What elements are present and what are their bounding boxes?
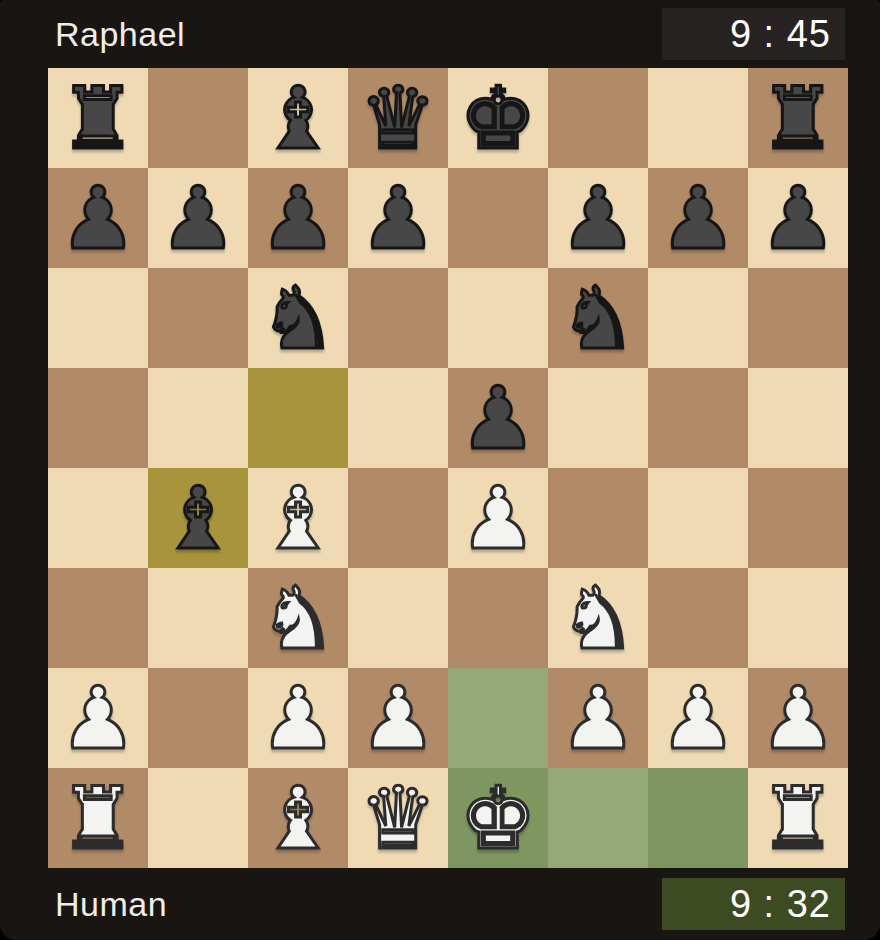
piece-black-rook[interactable]: ♜ (48, 68, 148, 168)
piece-white-bishop[interactable]: ♝ (248, 468, 348, 568)
square-d6[interactable] (348, 268, 448, 368)
piece-white-knight[interactable]: ♞ (548, 568, 648, 668)
chess-board: ♜♝♛♚♜♟♟♟♟♟♟♟♞♞♟♝♝♟♞♞♟♟♟♟♟♟♜♝♛♚♜ (48, 68, 848, 868)
square-d5[interactable] (348, 368, 448, 468)
square-d4[interactable] (348, 468, 448, 568)
square-d7[interactable]: ♟ (348, 168, 448, 268)
square-g6[interactable] (648, 268, 748, 368)
square-c7[interactable]: ♟ (248, 168, 348, 268)
opponent-clock: 9 : 45 (662, 8, 845, 60)
square-a3[interactable] (48, 568, 148, 668)
square-e8[interactable]: ♚ (448, 68, 548, 168)
square-f1[interactable] (548, 768, 648, 868)
square-e2[interactable] (448, 668, 548, 768)
square-b6[interactable] (148, 268, 248, 368)
square-h7[interactable]: ♟ (748, 168, 848, 268)
square-a4[interactable] (48, 468, 148, 568)
square-g8[interactable] (648, 68, 748, 168)
square-g2[interactable]: ♟ (648, 668, 748, 768)
piece-white-rook[interactable]: ♜ (748, 768, 848, 868)
square-f5[interactable] (548, 368, 648, 468)
opponent-bar: Raphael 9 : 45 (0, 0, 880, 68)
square-f3[interactable]: ♞ (548, 568, 648, 668)
square-f8[interactable] (548, 68, 648, 168)
square-e7[interactable] (448, 168, 548, 268)
square-g4[interactable] (648, 468, 748, 568)
square-c1[interactable]: ♝ (248, 768, 348, 868)
square-a7[interactable]: ♟ (48, 168, 148, 268)
piece-black-pawn[interactable]: ♟ (48, 168, 148, 268)
piece-black-pawn[interactable]: ♟ (348, 168, 448, 268)
square-h8[interactable]: ♜ (748, 68, 848, 168)
square-h4[interactable] (748, 468, 848, 568)
piece-black-queen[interactable]: ♛ (348, 68, 448, 168)
piece-black-pawn[interactable]: ♟ (148, 168, 248, 268)
piece-black-rook[interactable]: ♜ (748, 68, 848, 168)
square-g5[interactable] (648, 368, 748, 468)
piece-black-pawn[interactable]: ♟ (648, 168, 748, 268)
chess-game-window: Raphael 9 : 45 ♜♝♛♚♜♟♟♟♟♟♟♟♞♞♟♝♝♟♞♞♟♟♟♟♟… (0, 0, 880, 940)
square-g1[interactable] (648, 768, 748, 868)
square-c5[interactable] (248, 368, 348, 468)
square-b4[interactable]: ♝ (148, 468, 248, 568)
square-e1[interactable]: ♚ (448, 768, 548, 868)
square-e5[interactable]: ♟ (448, 368, 548, 468)
opponent-clock-time: 9 : 45 (730, 13, 831, 56)
piece-white-queen[interactable]: ♛ (348, 768, 448, 868)
piece-black-knight[interactable]: ♞ (248, 268, 348, 368)
square-b5[interactable] (148, 368, 248, 468)
piece-white-pawn[interactable]: ♟ (548, 668, 648, 768)
square-h3[interactable] (748, 568, 848, 668)
square-a1[interactable]: ♜ (48, 768, 148, 868)
piece-black-pawn[interactable]: ♟ (748, 168, 848, 268)
piece-black-bishop[interactable]: ♝ (248, 68, 348, 168)
square-c6[interactable]: ♞ (248, 268, 348, 368)
piece-white-knight[interactable]: ♞ (248, 568, 348, 668)
piece-white-king[interactable]: ♚ (448, 768, 548, 868)
square-h1[interactable]: ♜ (748, 768, 848, 868)
square-e3[interactable] (448, 568, 548, 668)
square-a8[interactable]: ♜ (48, 68, 148, 168)
player-clock: 9 : 32 (662, 878, 845, 930)
square-g7[interactable]: ♟ (648, 168, 748, 268)
square-c8[interactable]: ♝ (248, 68, 348, 168)
square-g3[interactable] (648, 568, 748, 668)
square-a6[interactable] (48, 268, 148, 368)
square-b8[interactable] (148, 68, 248, 168)
piece-black-knight[interactable]: ♞ (548, 268, 648, 368)
piece-black-pawn[interactable]: ♟ (448, 368, 548, 468)
square-h6[interactable] (748, 268, 848, 368)
square-e4[interactable]: ♟ (448, 468, 548, 568)
piece-black-pawn[interactable]: ♟ (248, 168, 348, 268)
square-d3[interactable] (348, 568, 448, 668)
square-f6[interactable]: ♞ (548, 268, 648, 368)
piece-white-pawn[interactable]: ♟ (348, 668, 448, 768)
square-c3[interactable]: ♞ (248, 568, 348, 668)
piece-white-pawn[interactable]: ♟ (648, 668, 748, 768)
square-d1[interactable]: ♛ (348, 768, 448, 868)
square-b7[interactable]: ♟ (148, 168, 248, 268)
player-clock-time: 9 : 32 (730, 883, 831, 926)
player-bar: Human 9 : 32 (0, 868, 880, 940)
piece-white-bishop[interactable]: ♝ (248, 768, 348, 868)
square-f4[interactable] (548, 468, 648, 568)
square-b3[interactable] (148, 568, 248, 668)
piece-white-pawn[interactable]: ♟ (248, 668, 348, 768)
piece-black-bishop[interactable]: ♝ (148, 468, 248, 568)
opponent-name: Raphael (55, 15, 185, 54)
square-h2[interactable]: ♟ (748, 668, 848, 768)
piece-black-king[interactable]: ♚ (448, 68, 548, 168)
square-c2[interactable]: ♟ (248, 668, 348, 768)
player-name: Human (55, 885, 167, 924)
square-d2[interactable]: ♟ (348, 668, 448, 768)
square-b2[interactable] (148, 668, 248, 768)
square-a2[interactable]: ♟ (48, 668, 148, 768)
square-f7[interactable]: ♟ (548, 168, 648, 268)
square-d8[interactable]: ♛ (348, 68, 448, 168)
square-h5[interactable] (748, 368, 848, 468)
square-a5[interactable] (48, 368, 148, 468)
piece-white-pawn[interactable]: ♟ (748, 668, 848, 768)
square-b1[interactable] (148, 768, 248, 868)
piece-black-pawn[interactable]: ♟ (548, 168, 648, 268)
piece-white-pawn[interactable]: ♟ (448, 468, 548, 568)
square-c4[interactable]: ♝ (248, 468, 348, 568)
piece-white-rook[interactable]: ♜ (48, 768, 148, 868)
square-f2[interactable]: ♟ (548, 668, 648, 768)
piece-white-pawn[interactable]: ♟ (48, 668, 148, 768)
square-e6[interactable] (448, 268, 548, 368)
